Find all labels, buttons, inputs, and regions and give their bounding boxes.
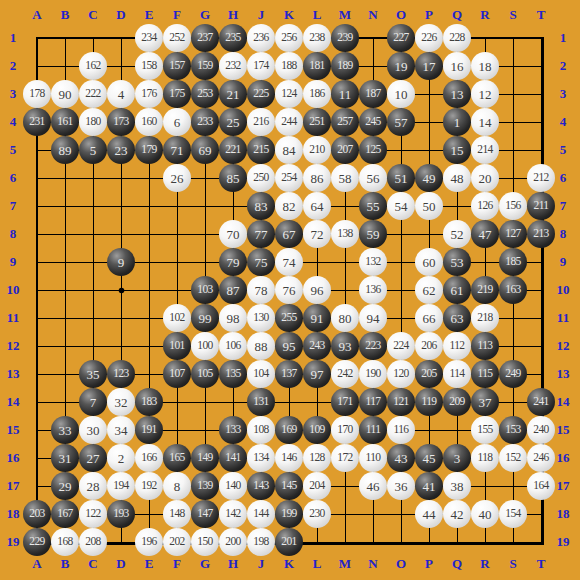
col-label-L: L [303, 5, 331, 25]
stone-E14-black: 183 [135, 388, 163, 416]
stone-G13-black: 105 [191, 360, 219, 388]
stone-P18-white: 44 [415, 500, 443, 528]
stone-M4-black: 257 [331, 108, 359, 136]
row-label-15: 15 [3, 416, 23, 444]
stone-K2-white: 188 [275, 52, 303, 80]
stone-K8-black: 67 [275, 220, 303, 248]
stone-O1-black: 227 [387, 24, 415, 52]
col-label-B: B [51, 5, 79, 25]
row-label-17: 17 [3, 472, 23, 500]
row-label-13: 13 [3, 360, 23, 388]
stone-B4-black: 161 [51, 108, 79, 136]
stones-layer: 2342522372352362562382392272262281621581… [23, 24, 555, 556]
stone-G5-black: 69 [191, 136, 219, 164]
stone-K18-black: 199 [275, 500, 303, 528]
stone-N15-black: 111 [359, 416, 387, 444]
stone-J7-black: 83 [247, 192, 275, 220]
stone-G3-black: 253 [191, 80, 219, 108]
stone-Q17-white: 38 [443, 472, 471, 500]
row-label-11: 11 [553, 304, 573, 332]
stone-S8-black: 127 [499, 220, 527, 248]
stone-S16-white: 152 [499, 444, 527, 472]
stone-G11-black: 99 [191, 304, 219, 332]
stone-D4-black: 173 [107, 108, 135, 136]
row-label-14: 14 [3, 388, 23, 416]
row-label-1: 1 [553, 24, 573, 52]
col-label-R: R [471, 554, 499, 574]
stone-J2-white: 174 [247, 52, 275, 80]
stone-B16-black: 31 [51, 444, 79, 472]
col-label-J: J [247, 554, 275, 574]
stone-G1-black: 237 [191, 24, 219, 52]
stone-L8-white: 72 [303, 220, 331, 248]
stone-J9-black: 75 [247, 248, 275, 276]
stone-F2-black: 157 [163, 52, 191, 80]
stone-T17-white: 164 [527, 472, 555, 500]
row-label-8: 8 [553, 220, 573, 248]
stone-A3-white: 178 [23, 80, 51, 108]
stone-L7-white: 64 [303, 192, 331, 220]
stone-O15-white: 116 [387, 416, 415, 444]
stone-H9-black: 79 [219, 248, 247, 276]
stone-C2-white: 162 [79, 52, 107, 80]
stone-F12-black: 101 [163, 332, 191, 360]
col-label-E: E [135, 5, 163, 25]
stone-D14-white: 32 [107, 388, 135, 416]
stone-J13-white: 104 [247, 360, 275, 388]
column-labels-top: ABCDEFGHJKLMNOPQRST [23, 5, 555, 25]
col-label-S: S [499, 554, 527, 574]
stone-J14-black: 131 [247, 388, 275, 416]
col-label-C: C [79, 5, 107, 25]
col-label-P: P [415, 554, 443, 574]
stone-O12-white: 224 [387, 332, 415, 360]
stone-J8-black: 77 [247, 220, 275, 248]
stone-Q8-white: 52 [443, 220, 471, 248]
stone-H10-black: 87 [219, 276, 247, 304]
col-label-R: R [471, 5, 499, 25]
stone-P16-black: 45 [415, 444, 443, 472]
stone-C13-black: 35 [79, 360, 107, 388]
row-label-2: 2 [553, 52, 573, 80]
stone-F18-white: 148 [163, 500, 191, 528]
col-label-D: D [107, 5, 135, 25]
stone-M1-black: 239 [331, 24, 359, 52]
stone-C14-black: 7 [79, 388, 107, 416]
col-label-S: S [499, 5, 527, 25]
stone-M5-black: 207 [331, 136, 359, 164]
stone-E16-white: 166 [135, 444, 163, 472]
row-label-12: 12 [3, 332, 23, 360]
stone-B3-white: 90 [51, 80, 79, 108]
stone-F4-white: 6 [163, 108, 191, 136]
stone-H17-white: 140 [219, 472, 247, 500]
stone-A19-black: 229 [23, 528, 51, 556]
stone-N3-black: 187 [359, 80, 387, 108]
stone-A4-black: 231 [23, 108, 51, 136]
stone-R18-white: 40 [471, 500, 499, 528]
stone-L5-white: 210 [303, 136, 331, 164]
stone-O17-white: 36 [387, 472, 415, 500]
row-label-18: 18 [553, 500, 573, 528]
row-label-10: 10 [553, 276, 573, 304]
col-label-G: G [191, 5, 219, 25]
stone-Q18-white: 42 [443, 500, 471, 528]
stone-F1-white: 252 [163, 24, 191, 52]
stone-E3-white: 176 [135, 80, 163, 108]
stone-T7-black: 211 [527, 192, 555, 220]
stone-Q5-black: 15 [443, 136, 471, 164]
col-label-O: O [387, 554, 415, 574]
stone-N4-black: 245 [359, 108, 387, 136]
col-label-T: T [527, 554, 555, 574]
stone-P1-white: 226 [415, 24, 443, 52]
stone-F3-black: 175 [163, 80, 191, 108]
col-label-D: D [107, 554, 135, 574]
stone-J12-white: 88 [247, 332, 275, 360]
stone-L6-white: 86 [303, 164, 331, 192]
stone-G12-white: 100 [191, 332, 219, 360]
stone-H12-white: 106 [219, 332, 247, 360]
col-label-F: F [163, 5, 191, 25]
stone-H19-white: 200 [219, 528, 247, 556]
stone-H13-black: 135 [219, 360, 247, 388]
stone-Q4-black: 1 [443, 108, 471, 136]
stone-E4-white: 160 [135, 108, 163, 136]
row-label-19: 19 [553, 528, 573, 556]
stone-K12-black: 95 [275, 332, 303, 360]
stone-K4-white: 244 [275, 108, 303, 136]
row-label-5: 5 [553, 136, 573, 164]
stone-R15-white: 155 [471, 416, 499, 444]
stone-B15-black: 33 [51, 416, 79, 444]
stone-Q13-white: 114 [443, 360, 471, 388]
stone-M14-black: 171 [331, 388, 359, 416]
col-label-B: B [51, 554, 79, 574]
stone-L10-white: 96 [303, 276, 331, 304]
stone-O6-black: 51 [387, 164, 415, 192]
row-label-18: 18 [3, 500, 23, 528]
stone-T14-black: 241 [527, 388, 555, 416]
col-label-A: A [23, 554, 51, 574]
stone-S13-black: 249 [499, 360, 527, 388]
stone-E2-white: 158 [135, 52, 163, 80]
stone-S9-black: 185 [499, 248, 527, 276]
stone-R6-white: 20 [471, 164, 499, 192]
stone-L3-white: 186 [303, 80, 331, 108]
stone-D15-white: 34 [107, 416, 135, 444]
stone-Q14-black: 209 [443, 388, 471, 416]
stone-C5-black: 5 [79, 136, 107, 164]
stone-R14-black: 37 [471, 388, 499, 416]
stone-K7-white: 82 [275, 192, 303, 220]
stone-R2-white: 18 [471, 52, 499, 80]
stone-K9-white: 74 [275, 248, 303, 276]
stone-F5-black: 71 [163, 136, 191, 164]
stone-J6-white: 250 [247, 164, 275, 192]
stone-J4-white: 216 [247, 108, 275, 136]
stone-J16-white: 134 [247, 444, 275, 472]
stone-P2-black: 17 [415, 52, 443, 80]
stone-K1-white: 256 [275, 24, 303, 52]
stone-H5-black: 221 [219, 136, 247, 164]
stone-M15-white: 170 [331, 416, 359, 444]
stone-N11-white: 94 [359, 304, 387, 332]
stone-J5-black: 215 [247, 136, 275, 164]
row-label-16: 16 [3, 444, 23, 472]
stone-Q11-black: 63 [443, 304, 471, 332]
column-labels-bottom: ABCDEFGHJKLMNOPQRST [23, 554, 555, 574]
stone-H16-black: 141 [219, 444, 247, 472]
stone-R16-white: 118 [471, 444, 499, 472]
stone-G4-black: 233 [191, 108, 219, 136]
stone-T8-black: 213 [527, 220, 555, 248]
stone-O13-white: 120 [387, 360, 415, 388]
stone-P6-black: 49 [415, 164, 443, 192]
stone-T15-white: 240 [527, 416, 555, 444]
stone-H1-black: 235 [219, 24, 247, 52]
row-label-14: 14 [553, 388, 573, 416]
stone-L13-black: 97 [303, 360, 331, 388]
stone-L18-white: 230 [303, 500, 331, 528]
stone-J18-white: 144 [247, 500, 275, 528]
stone-R4-white: 14 [471, 108, 499, 136]
stone-K17-black: 145 [275, 472, 303, 500]
stone-K3-white: 124 [275, 80, 303, 108]
stone-M13-white: 242 [331, 360, 359, 388]
col-label-L: L [303, 554, 331, 574]
stone-P10-white: 62 [415, 276, 443, 304]
stone-C4-white: 180 [79, 108, 107, 136]
col-label-O: O [387, 5, 415, 25]
stone-R7-white: 126 [471, 192, 499, 220]
stone-G18-black: 147 [191, 500, 219, 528]
stone-L11-black: 91 [303, 304, 331, 332]
stone-N9-white: 132 [359, 248, 387, 276]
stone-S18-white: 154 [499, 500, 527, 528]
stone-N16-white: 110 [359, 444, 387, 472]
stone-H6-black: 85 [219, 164, 247, 192]
stone-R13-black: 115 [471, 360, 499, 388]
stone-F19-white: 202 [163, 528, 191, 556]
stone-F6-white: 26 [163, 164, 191, 192]
row-label-8: 8 [3, 220, 23, 248]
row-label-5: 5 [3, 136, 23, 164]
stone-N17-white: 46 [359, 472, 387, 500]
stone-M12-black: 93 [331, 332, 359, 360]
stone-C15-white: 30 [79, 416, 107, 444]
stone-E1-white: 234 [135, 24, 163, 52]
row-labels-right: 12345678910111213141516171819 [553, 24, 573, 556]
stone-H4-black: 25 [219, 108, 247, 136]
stone-H3-black: 21 [219, 80, 247, 108]
col-label-C: C [79, 554, 107, 574]
row-label-9: 9 [3, 248, 23, 276]
row-labels-left: 12345678910111213141516171819 [3, 24, 23, 556]
row-label-16: 16 [553, 444, 573, 472]
stone-K15-black: 169 [275, 416, 303, 444]
stone-D5-black: 23 [107, 136, 135, 164]
stone-R5-white: 214 [471, 136, 499, 164]
stone-D13-black: 123 [107, 360, 135, 388]
stone-J15-white: 108 [247, 416, 275, 444]
stone-H15-black: 133 [219, 416, 247, 444]
stone-N10-white: 136 [359, 276, 387, 304]
stone-N12-black: 223 [359, 332, 387, 360]
stone-M11-white: 80 [331, 304, 359, 332]
stone-C19-white: 208 [79, 528, 107, 556]
col-label-P: P [415, 5, 443, 25]
stone-S10-black: 163 [499, 276, 527, 304]
stone-R8-black: 47 [471, 220, 499, 248]
col-label-K: K [275, 554, 303, 574]
stone-K19-black: 201 [275, 528, 303, 556]
stone-F16-black: 165 [163, 444, 191, 472]
col-label-Q: Q [443, 5, 471, 25]
stone-R3-white: 12 [471, 80, 499, 108]
stone-G2-black: 159 [191, 52, 219, 80]
stone-G19-white: 150 [191, 528, 219, 556]
col-label-A: A [23, 5, 51, 25]
stone-K11-black: 255 [275, 304, 303, 332]
col-label-Q: Q [443, 554, 471, 574]
stone-C16-black: 27 [79, 444, 107, 472]
stone-D3-white: 4 [107, 80, 135, 108]
stone-O16-black: 43 [387, 444, 415, 472]
stone-F17-white: 8 [163, 472, 191, 500]
stone-Q2-white: 16 [443, 52, 471, 80]
stone-B19-white: 168 [51, 528, 79, 556]
stone-P12-white: 206 [415, 332, 443, 360]
stone-H18-white: 142 [219, 500, 247, 528]
stone-N7-black: 55 [359, 192, 387, 220]
stone-G17-black: 139 [191, 472, 219, 500]
stone-K5-white: 84 [275, 136, 303, 164]
stone-P9-white: 60 [415, 248, 443, 276]
stone-R11-white: 218 [471, 304, 499, 332]
stone-J10-white: 78 [247, 276, 275, 304]
stone-R12-black: 113 [471, 332, 499, 360]
stone-E15-black: 191 [135, 416, 163, 444]
stone-L12-black: 243 [303, 332, 331, 360]
col-label-N: N [359, 5, 387, 25]
row-label-4: 4 [553, 108, 573, 136]
stone-Q3-black: 13 [443, 80, 471, 108]
stone-S15-black: 153 [499, 416, 527, 444]
stone-N14-black: 117 [359, 388, 387, 416]
row-label-17: 17 [553, 472, 573, 500]
stone-L17-white: 204 [303, 472, 331, 500]
stone-Q16-black: 3 [443, 444, 471, 472]
stone-N13-white: 190 [359, 360, 387, 388]
stone-B18-black: 167 [51, 500, 79, 528]
row-label-1: 1 [3, 24, 23, 52]
row-label-3: 3 [3, 80, 23, 108]
col-label-E: E [135, 554, 163, 574]
col-label-K: K [275, 5, 303, 25]
stone-O2-black: 19 [387, 52, 415, 80]
stone-H8-white: 70 [219, 220, 247, 248]
stone-O14-black: 121 [387, 388, 415, 416]
stone-Q12-white: 112 [443, 332, 471, 360]
stone-M3-black: 11 [331, 80, 359, 108]
stone-S7-white: 156 [499, 192, 527, 220]
col-label-N: N [359, 554, 387, 574]
col-label-T: T [527, 5, 555, 25]
row-label-13: 13 [553, 360, 573, 388]
stone-M16-white: 172 [331, 444, 359, 472]
stone-D18-black: 193 [107, 500, 135, 528]
stone-J19-white: 198 [247, 528, 275, 556]
stone-O3-white: 10 [387, 80, 415, 108]
stone-N8-black: 59 [359, 220, 387, 248]
col-label-M: M [331, 554, 359, 574]
stone-P14-black: 119 [415, 388, 443, 416]
row-label-15: 15 [553, 416, 573, 444]
row-label-10: 10 [3, 276, 23, 304]
stone-F13-black: 107 [163, 360, 191, 388]
stone-Q1-white: 228 [443, 24, 471, 52]
row-label-6: 6 [3, 164, 23, 192]
col-label-H: H [219, 554, 247, 574]
stone-O4-black: 57 [387, 108, 415, 136]
stone-D17-white: 194 [107, 472, 135, 500]
row-label-7: 7 [553, 192, 573, 220]
stone-P11-white: 66 [415, 304, 443, 332]
stone-B17-black: 29 [51, 472, 79, 500]
stone-P7-white: 50 [415, 192, 443, 220]
stone-R10-black: 219 [471, 276, 499, 304]
stone-C3-white: 222 [79, 80, 107, 108]
go-board[interactable]: ABCDEFGHJKLMNOPQRST ABCDEFGHJKLMNOPQRST … [0, 0, 580, 580]
stone-D16-white: 2 [107, 444, 135, 472]
stone-J1-white: 236 [247, 24, 275, 52]
stone-Q10-black: 61 [443, 276, 471, 304]
stone-T6-white: 212 [527, 164, 555, 192]
stone-E5-black: 179 [135, 136, 163, 164]
row-label-3: 3 [553, 80, 573, 108]
stone-C17-white: 28 [79, 472, 107, 500]
stone-G16-black: 149 [191, 444, 219, 472]
stone-L15-black: 109 [303, 416, 331, 444]
stone-H11-white: 98 [219, 304, 247, 332]
stone-N5-black: 125 [359, 136, 387, 164]
row-label-6: 6 [553, 164, 573, 192]
col-label-M: M [331, 5, 359, 25]
stone-K6-white: 254 [275, 164, 303, 192]
stone-M6-white: 58 [331, 164, 359, 192]
stone-E19-white: 196 [135, 528, 163, 556]
stone-P17-black: 41 [415, 472, 443, 500]
row-label-7: 7 [3, 192, 23, 220]
stone-C18-white: 122 [79, 500, 107, 528]
stone-L2-black: 181 [303, 52, 331, 80]
stone-O7-white: 54 [387, 192, 415, 220]
row-label-9: 9 [553, 248, 573, 276]
stone-K10-white: 76 [275, 276, 303, 304]
stone-D9-black: 9 [107, 248, 135, 276]
stone-L4-black: 251 [303, 108, 331, 136]
stone-L16-white: 128 [303, 444, 331, 472]
stone-L1-white: 238 [303, 24, 331, 52]
stone-B5-black: 89 [51, 136, 79, 164]
row-label-19: 19 [3, 528, 23, 556]
stone-T16-white: 246 [527, 444, 555, 472]
stone-J11-white: 130 [247, 304, 275, 332]
col-label-J: J [247, 5, 275, 25]
stone-M8-white: 138 [331, 220, 359, 248]
stone-H2-white: 232 [219, 52, 247, 80]
